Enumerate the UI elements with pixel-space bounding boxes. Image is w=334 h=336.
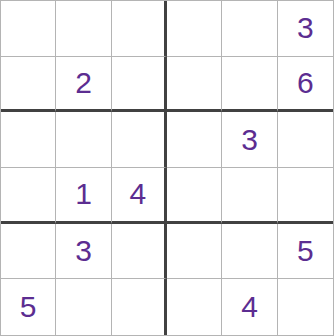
cell-r3c2[interactable] bbox=[56, 112, 111, 168]
sudoku-page: 3263143554 bbox=[0, 0, 334, 336]
cell-r3c6[interactable] bbox=[278, 112, 333, 168]
cell-r2c2[interactable]: 2 bbox=[56, 57, 111, 113]
cell-r6c6[interactable] bbox=[278, 279, 333, 335]
cell-r6c2[interactable] bbox=[56, 279, 111, 335]
cell-r6c3[interactable] bbox=[112, 279, 167, 335]
cell-r5c5[interactable] bbox=[222, 224, 277, 280]
cell-r2c6[interactable]: 6 bbox=[278, 57, 333, 113]
given-digit: 5 bbox=[20, 292, 37, 322]
cell-r6c5[interactable]: 4 bbox=[222, 279, 277, 335]
cell-r3c4[interactable] bbox=[167, 112, 222, 168]
given-digit: 1 bbox=[75, 179, 92, 209]
given-digit: 3 bbox=[297, 13, 314, 43]
cell-r4c2[interactable]: 1 bbox=[56, 168, 111, 224]
cell-r4c1[interactable] bbox=[1, 168, 56, 224]
cell-r4c6[interactable] bbox=[278, 168, 333, 224]
given-digit: 4 bbox=[129, 179, 146, 209]
cell-r2c3[interactable] bbox=[112, 57, 167, 113]
given-digit: 3 bbox=[241, 125, 258, 155]
cell-r4c5[interactable] bbox=[222, 168, 277, 224]
cell-r5c2[interactable]: 3 bbox=[56, 224, 111, 280]
cell-r1c1[interactable] bbox=[1, 1, 56, 57]
cell-r4c3[interactable]: 4 bbox=[112, 168, 167, 224]
given-digit: 4 bbox=[241, 292, 258, 322]
cell-r6c1[interactable]: 5 bbox=[1, 279, 56, 335]
cell-r3c5[interactable]: 3 bbox=[222, 112, 277, 168]
cell-r1c5[interactable] bbox=[222, 1, 277, 57]
cell-r5c3[interactable] bbox=[112, 224, 167, 280]
cell-r5c1[interactable] bbox=[1, 224, 56, 280]
cell-r1c2[interactable] bbox=[56, 1, 111, 57]
cell-r5c6[interactable]: 5 bbox=[278, 224, 333, 280]
cell-r3c3[interactable] bbox=[112, 112, 167, 168]
cell-r6c4[interactable] bbox=[167, 279, 222, 335]
given-digit: 5 bbox=[297, 236, 314, 266]
cell-r4c4[interactable] bbox=[167, 168, 222, 224]
cell-r2c4[interactable] bbox=[167, 57, 222, 113]
cell-r5c4[interactable] bbox=[167, 224, 222, 280]
cell-r1c6[interactable]: 3 bbox=[278, 1, 333, 57]
given-digit: 6 bbox=[297, 68, 314, 98]
cell-r2c5[interactable] bbox=[222, 57, 277, 113]
sudoku-board: 3263143554 bbox=[0, 0, 334, 336]
cell-r3c1[interactable] bbox=[1, 112, 56, 168]
cell-r1c3[interactable] bbox=[112, 1, 167, 57]
cell-r1c4[interactable] bbox=[167, 1, 222, 57]
given-digit: 3 bbox=[75, 236, 92, 266]
given-digit: 2 bbox=[75, 68, 92, 98]
cell-r2c1[interactable] bbox=[1, 57, 56, 113]
